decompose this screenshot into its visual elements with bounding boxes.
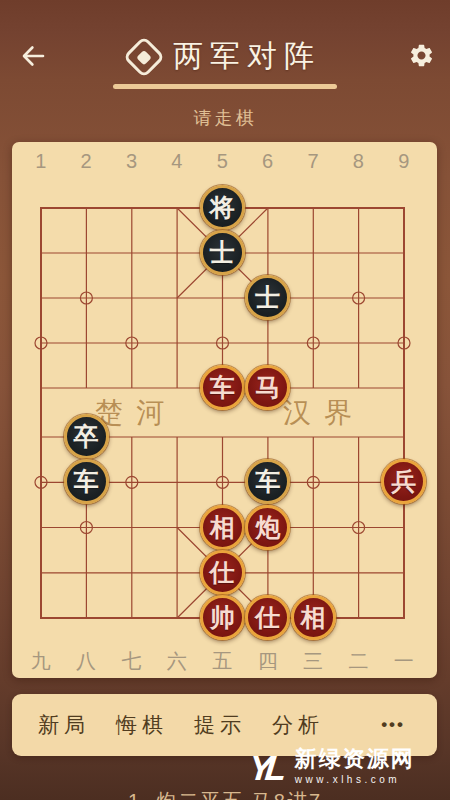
watermark: YL 新绿资源网 www.xlhs.com bbox=[249, 746, 415, 790]
red-piece-仕[interactable]: 仕 bbox=[245, 595, 290, 640]
file-label: 8 bbox=[336, 148, 381, 174]
file-labels-bottom: 九 八 七 六 五 四 三 二 一 bbox=[18, 648, 427, 674]
black-piece-卒[interactable]: 卒 bbox=[64, 414, 109, 459]
file-label: 三 bbox=[290, 648, 335, 674]
red-piece-仕[interactable]: 仕 bbox=[200, 550, 245, 595]
file-label: 5 bbox=[200, 148, 245, 174]
watermark-url: www.xlhs.com bbox=[295, 774, 415, 785]
diamond-icon bbox=[123, 35, 165, 77]
page-title: 两军对阵 bbox=[173, 36, 321, 77]
file-label: 八 bbox=[63, 648, 108, 674]
hint-button[interactable]: 提示 bbox=[194, 711, 246, 739]
file-label: 9 bbox=[381, 148, 426, 174]
move-list-line: 1. 炮二平五 马8进7 bbox=[0, 788, 450, 800]
title-underline bbox=[113, 84, 337, 89]
file-label: 九 bbox=[18, 648, 63, 674]
file-label: 四 bbox=[245, 648, 290, 674]
red-piece-兵[interactable]: 兵 bbox=[381, 459, 426, 504]
red-piece-帅[interactable]: 帅 bbox=[200, 595, 245, 640]
red-piece-车[interactable]: 车 bbox=[200, 365, 245, 410]
watermark-site: 新绿资源网 bbox=[295, 746, 415, 772]
file-label: 3 bbox=[109, 148, 154, 174]
undo-button[interactable]: 悔棋 bbox=[116, 711, 168, 739]
file-label: 1 bbox=[18, 148, 63, 174]
black-piece-车[interactable]: 车 bbox=[245, 459, 290, 504]
file-label: 2 bbox=[63, 148, 108, 174]
file-label: 一 bbox=[381, 648, 426, 674]
analyze-button[interactable]: 分析 bbox=[272, 711, 324, 739]
black-piece-士[interactable]: 士 bbox=[200, 230, 245, 275]
header: 两军对阵 bbox=[0, 36, 450, 77]
more-button ellipsis-icon[interactable]: ••• bbox=[375, 714, 411, 736]
file-label: 六 bbox=[154, 648, 199, 674]
file-label: 七 bbox=[109, 648, 154, 674]
red-piece-相[interactable]: 相 bbox=[291, 595, 336, 640]
black-piece-士[interactable]: 士 bbox=[245, 275, 290, 320]
file-labels-top: 1 2 3 4 5 6 7 8 9 bbox=[18, 148, 427, 174]
file-label: 五 bbox=[200, 648, 245, 674]
black-piece-将[interactable]: 将 bbox=[200, 185, 245, 230]
file-label: 二 bbox=[336, 648, 381, 674]
black-piece-车[interactable]: 车 bbox=[64, 459, 109, 504]
file-label: 7 bbox=[290, 148, 335, 174]
pieces-grid: 将士士车马卒车车兵相炮仕帅仕相 bbox=[18, 185, 427, 640]
red-piece-相[interactable]: 相 bbox=[200, 505, 245, 550]
red-piece-马[interactable]: 马 bbox=[245, 365, 290, 410]
settings-button[interactable] bbox=[406, 42, 436, 72]
gear-icon bbox=[408, 42, 435, 69]
xiangqi-board[interactable]: 1 2 3 4 5 6 7 8 9 楚河 汉界 将士士车马卒车车兵相炮仕帅仕相 … bbox=[12, 142, 437, 678]
status-text: 请走棋 bbox=[0, 106, 450, 130]
file-label: 6 bbox=[245, 148, 290, 174]
watermark-logo-icon: YL bbox=[247, 746, 290, 790]
red-piece-炮[interactable]: 炮 bbox=[245, 505, 290, 550]
new-game-button[interactable]: 新局 bbox=[38, 711, 90, 739]
file-label: 4 bbox=[154, 148, 199, 174]
